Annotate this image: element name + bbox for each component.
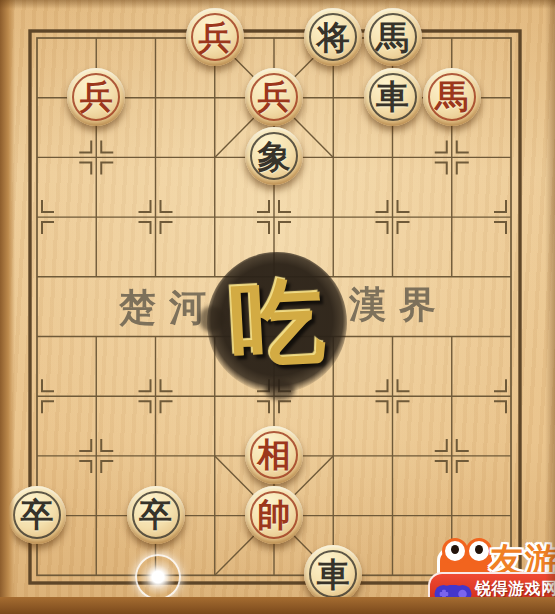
piece-red-相[interactable]: 相 <box>245 426 303 484</box>
board-right-bevel <box>545 0 555 597</box>
piece-black-卒[interactable]: 卒 <box>127 486 185 544</box>
piece-glyph: 車 <box>317 558 350 591</box>
piece-red-兵[interactable]: 兵 <box>245 68 303 126</box>
piece-black-将[interactable]: 将 <box>304 8 362 66</box>
piece-red-馬[interactable]: 馬 <box>423 68 481 126</box>
piece-red-兵[interactable]: 兵 <box>186 8 244 66</box>
river-label-right: 漢界 <box>349 286 449 323</box>
piece-black-馬[interactable]: 馬 <box>364 8 422 66</box>
piece-glyph: 相 <box>258 438 291 471</box>
board-left-bevel <box>0 0 15 597</box>
piece-red-兵[interactable]: 兵 <box>67 68 125 126</box>
mascot-eye-icon <box>442 538 468 564</box>
board-top-bevel <box>0 0 555 9</box>
piece-glyph: 馬 <box>376 21 409 54</box>
piece-black-象[interactable]: 象 <box>245 127 303 185</box>
piece-glyph: 兵 <box>80 80 113 113</box>
center-ink-stamp: 吃 <box>207 252 347 393</box>
piece-glyph: 兵 <box>198 21 231 54</box>
piece-glyph: 帥 <box>258 498 291 531</box>
piece-glyph: 将 <box>317 21 350 54</box>
last-move-marker <box>135 554 181 600</box>
mascot-eye-icon <box>466 538 492 564</box>
watermark-brand: 锐得游戏网 <box>475 580 555 598</box>
piece-glyph: 象 <box>258 140 291 173</box>
piece-glyph: 馬 <box>435 80 468 113</box>
piece-black-車[interactable]: 車 <box>364 68 422 126</box>
piece-black-卒[interactable]: 卒 <box>8 486 66 544</box>
piece-glyph: 卒 <box>21 498 54 531</box>
piece-glyph: 兵 <box>258 80 291 113</box>
piece-glyph: 車 <box>376 80 409 113</box>
eat-mode-stamp-text: 吃 <box>227 273 327 373</box>
piece-red-帥[interactable]: 帥 <box>245 486 303 544</box>
piece-glyph: 卒 <box>139 498 172 531</box>
board-bottom-edge <box>0 597 555 614</box>
